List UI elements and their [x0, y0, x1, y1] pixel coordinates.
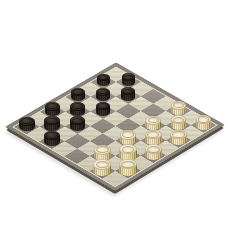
checker-piece-dark[interactable]: ⛂: [19, 117, 35, 132]
checker-piece-dark[interactable]: ⛂: [96, 88, 110, 101]
checker-piece-dark[interactable]: ⛂: [122, 73, 135, 85]
checkers-product-photo: ⛂⛂⛂⛂⛂⛂⛂⛂⛂⛂⛂⛂⛀⛀⛀⛀⛀⛀⛀⛀⛀⛀⛀⛀: [0, 0, 236, 236]
checker-piece-light[interactable]: ⛀: [196, 115, 212, 130]
checker-piece-dark[interactable]: ⛂: [44, 131, 60, 146]
checker-piece-dark[interactable]: ⛂: [44, 116, 60, 131]
checker-piece-light[interactable]: ⛀: [145, 130, 161, 145]
checker-piece-dark[interactable]: ⛂: [97, 74, 110, 86]
piece-top: [19, 117, 35, 126]
checker-piece-light[interactable]: ⛀: [145, 144, 162, 160]
checker-piece-light[interactable]: ⛀: [93, 159, 111, 176]
piece-top: [97, 74, 110, 82]
piece-top: [145, 116, 161, 125]
checker-piece-dark[interactable]: ⛂: [45, 102, 60, 116]
piece-top: [96, 88, 110, 96]
checker-piece-light[interactable]: ⛀: [119, 159, 137, 176]
piece-top: [94, 145, 111, 155]
piece-top: [120, 130, 136, 140]
checker-piece-light[interactable]: ⛀: [170, 130, 186, 145]
piece-top: [122, 73, 135, 81]
piece-top: [45, 102, 60, 111]
piece-top: [170, 130, 186, 140]
checker-piece-light[interactable]: ⛀: [120, 130, 136, 145]
checker-piece-dark[interactable]: ⛂: [70, 116, 86, 131]
checker-piece-light[interactable]: ⛀: [171, 101, 186, 115]
checker-piece-light[interactable]: ⛀: [171, 115, 187, 130]
piece-top: [70, 102, 85, 111]
checker-piece-light[interactable]: ⛀: [145, 116, 161, 131]
piece-top: [171, 101, 186, 110]
checker-piece-dark[interactable]: ⛂: [121, 87, 135, 100]
checker-piece-dark[interactable]: ⛂: [70, 102, 85, 116]
pieces-layer: ⛂⛂⛂⛂⛂⛂⛂⛂⛂⛂⛂⛂⛀⛀⛀⛀⛀⛀⛀⛀⛀⛀⛀⛀: [0, 0, 236, 236]
checker-piece-dark[interactable]: ⛂: [71, 88, 85, 101]
piece-top: [71, 88, 85, 96]
checker-piece-dark[interactable]: ⛂: [96, 102, 111, 116]
piece-top: [93, 159, 111, 169]
piece-top: [145, 130, 161, 140]
